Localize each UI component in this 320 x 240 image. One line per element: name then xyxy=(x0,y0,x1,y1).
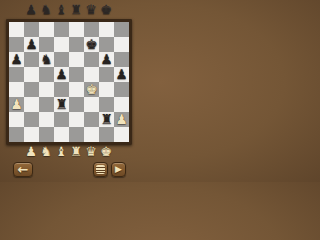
square-g6[interactable]: ♟ xyxy=(99,52,114,67)
square-b8[interactable] xyxy=(24,22,39,37)
piece-black-pawn-b7[interactable]: ♟ xyxy=(24,37,39,52)
square-f1[interactable] xyxy=(84,127,99,142)
tray-white-rook: ♜ xyxy=(69,144,84,159)
square-f4[interactable]: ♚ xyxy=(84,82,99,97)
square-b5[interactable] xyxy=(24,67,39,82)
square-b4[interactable] xyxy=(24,82,39,97)
square-b1[interactable] xyxy=(24,127,39,142)
square-d5[interactable]: ♟ xyxy=(54,67,69,82)
square-b7[interactable]: ♟ xyxy=(24,37,39,52)
square-e6[interactable] xyxy=(69,52,84,67)
square-e5[interactable] xyxy=(69,67,84,82)
square-a6[interactable]: ♟ xyxy=(9,52,24,67)
square-c3[interactable] xyxy=(39,97,54,112)
square-e8[interactable] xyxy=(69,22,84,37)
square-h6[interactable] xyxy=(114,52,129,67)
square-f3[interactable] xyxy=(84,97,99,112)
piece-black-pawn-a6[interactable]: ♟ xyxy=(9,52,24,67)
piece-black-pawn-g6[interactable]: ♟ xyxy=(99,52,114,67)
game-controls: ← ▶ xyxy=(0,162,137,178)
square-h4[interactable] xyxy=(114,82,129,97)
square-c4[interactable] xyxy=(39,82,54,97)
square-c1[interactable] xyxy=(39,127,54,142)
square-d3[interactable]: ♜ xyxy=(54,97,69,112)
forward-button[interactable]: ▶ xyxy=(111,162,126,177)
tray-black-bishop: ♝ xyxy=(54,2,69,17)
square-d8[interactable] xyxy=(54,22,69,37)
board: ♟♚♟♞♟♟♟♚♟♜♜♟ xyxy=(9,22,129,142)
square-f8[interactable] xyxy=(84,22,99,37)
square-e3[interactable] xyxy=(69,97,84,112)
captured-black-pieces-tray: ♟♞♝♜♛♚ xyxy=(0,0,137,18)
square-d1[interactable] xyxy=(54,127,69,142)
square-a2[interactable] xyxy=(9,112,24,127)
square-b6[interactable] xyxy=(24,52,39,67)
square-d2[interactable] xyxy=(54,112,69,127)
square-g8[interactable] xyxy=(99,22,114,37)
square-f5[interactable] xyxy=(84,67,99,82)
square-a3[interactable]: ♟ xyxy=(9,97,24,112)
square-f2[interactable] xyxy=(84,112,99,127)
square-c8[interactable] xyxy=(39,22,54,37)
square-b3[interactable] xyxy=(24,97,39,112)
tray-black-pawn: ♟ xyxy=(24,2,39,17)
square-a4[interactable] xyxy=(9,82,24,97)
tray-black-knight: ♞ xyxy=(39,2,54,17)
piece-white-pawn-a3[interactable]: ♟ xyxy=(9,97,24,112)
tray-black-queen: ♛ xyxy=(84,2,99,17)
square-c6[interactable]: ♞ xyxy=(39,52,54,67)
menu-icon xyxy=(96,165,105,174)
back-arrow-icon: ← xyxy=(18,163,29,176)
square-g3[interactable] xyxy=(99,97,114,112)
tray-white-queen: ♛ xyxy=(84,144,99,159)
square-e4[interactable] xyxy=(69,82,84,97)
square-a5[interactable] xyxy=(9,67,24,82)
square-h5[interactable]: ♟ xyxy=(114,67,129,82)
square-b2[interactable] xyxy=(24,112,39,127)
square-g4[interactable] xyxy=(99,82,114,97)
square-c7[interactable] xyxy=(39,37,54,52)
square-g1[interactable] xyxy=(99,127,114,142)
play-icon: ▶ xyxy=(115,165,122,174)
piece-black-rook-g2[interactable]: ♜ xyxy=(99,112,114,127)
piece-black-pawn-d5[interactable]: ♟ xyxy=(54,67,69,82)
back-button[interactable]: ← xyxy=(13,162,33,177)
square-a7[interactable] xyxy=(9,37,24,52)
tray-white-pawn: ♟ xyxy=(24,144,39,159)
square-h2[interactable]: ♟ xyxy=(114,112,129,127)
tray-white-knight: ♞ xyxy=(39,144,54,159)
square-g5[interactable] xyxy=(99,67,114,82)
menu-button[interactable] xyxy=(93,162,108,177)
square-a1[interactable] xyxy=(9,127,24,142)
square-h3[interactable] xyxy=(114,97,129,112)
square-g2[interactable]: ♜ xyxy=(99,112,114,127)
tray-black-king: ♚ xyxy=(99,2,114,17)
square-h8[interactable] xyxy=(114,22,129,37)
piece-black-king-f7[interactable]: ♚ xyxy=(84,37,99,52)
square-c2[interactable] xyxy=(39,112,54,127)
tray-white-bishop: ♝ xyxy=(54,144,69,159)
square-d4[interactable] xyxy=(54,82,69,97)
captured-white-pieces-tray: ♟♞♝♜♛♚ xyxy=(0,144,137,159)
square-f6[interactable] xyxy=(84,52,99,67)
piece-black-pawn-h5[interactable]: ♟ xyxy=(114,67,129,82)
square-e1[interactable] xyxy=(69,127,84,142)
piece-black-knight-c6[interactable]: ♞ xyxy=(39,52,54,67)
square-f7[interactable]: ♚ xyxy=(84,37,99,52)
board-frame: ♟♚♟♞♟♟♟♚♟♜♜♟ xyxy=(6,19,132,145)
piece-black-rook-d3[interactable]: ♜ xyxy=(54,97,69,112)
square-d6[interactable] xyxy=(54,52,69,67)
square-h7[interactable] xyxy=(114,37,129,52)
square-g7[interactable] xyxy=(99,37,114,52)
square-e7[interactable] xyxy=(69,37,84,52)
piece-white-pawn-h2[interactable]: ♟ xyxy=(114,112,129,127)
square-e2[interactable] xyxy=(69,112,84,127)
piece-white-king-f4[interactable]: ♚ xyxy=(84,82,99,97)
square-c5[interactable] xyxy=(39,67,54,82)
square-d7[interactable] xyxy=(54,37,69,52)
square-h1[interactable] xyxy=(114,127,129,142)
square-a8[interactable] xyxy=(9,22,24,37)
tray-black-rook: ♜ xyxy=(69,2,84,17)
tray-white-king: ♚ xyxy=(99,144,114,159)
